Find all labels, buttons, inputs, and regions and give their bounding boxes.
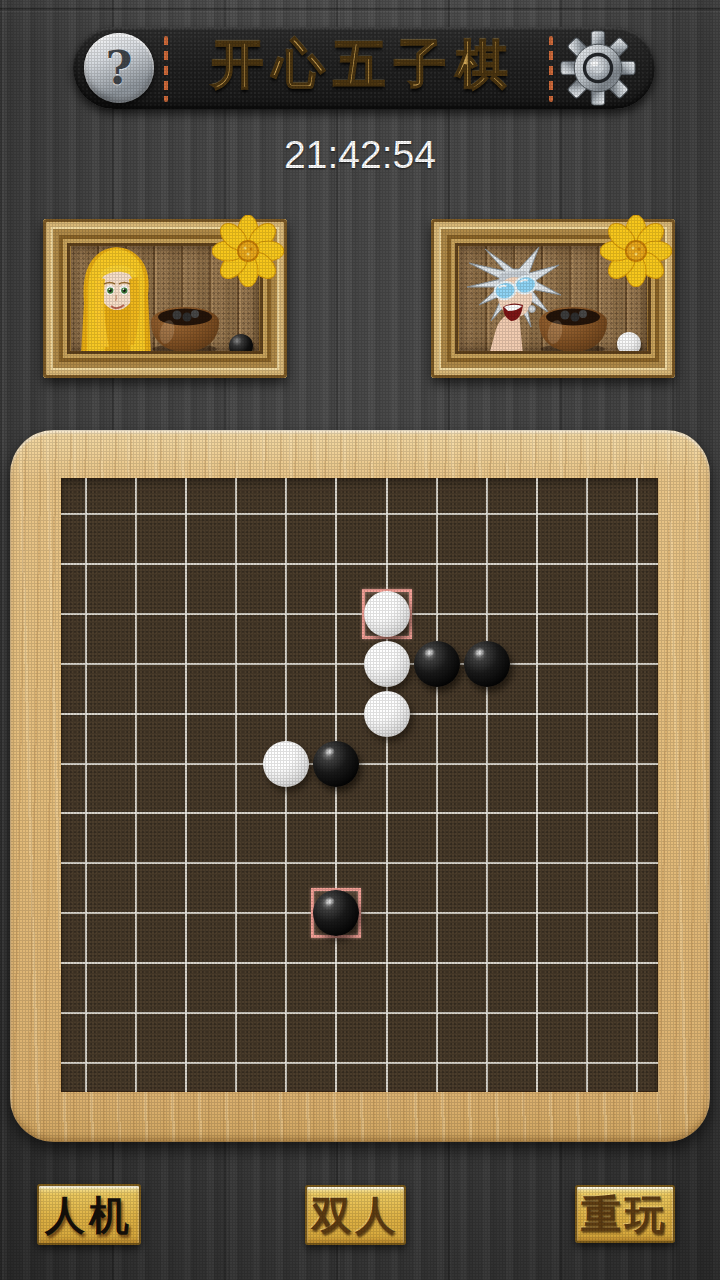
help-button[interactable]: ?: [84, 33, 154, 103]
grid-line-vertical: [135, 478, 137, 1092]
stone-bowl-icon: [533, 302, 613, 351]
white-stone: [364, 641, 410, 687]
white-stone: [364, 591, 410, 637]
app-title: 开心五子棋: [178, 30, 550, 100]
white-stone: [364, 691, 410, 737]
stone-bowl-icon: [145, 302, 225, 351]
dashed-divider-right: [549, 36, 553, 102]
game-board[interactable]: [61, 478, 658, 1092]
player-right-stone-white: [617, 332, 641, 351]
grid-line-vertical: [85, 478, 87, 1092]
black-stone: [464, 641, 510, 687]
flower-icon: [212, 215, 284, 287]
grid-line-vertical: [436, 478, 438, 1092]
question-mark-icon: ?: [106, 45, 133, 91]
grid-line-vertical: [536, 478, 538, 1092]
grid-line-horizontal: [61, 1012, 658, 1014]
grid-line-vertical: [235, 478, 237, 1092]
player-left-stone-black: [229, 334, 253, 351]
grid-line-horizontal: [61, 663, 658, 665]
gear-icon[interactable]: [560, 30, 636, 106]
background-plank-seam: [0, 8, 720, 12]
replay-button[interactable]: 重玩: [575, 1185, 675, 1243]
grid-line-horizontal: [61, 613, 658, 615]
grid-line-vertical: [185, 478, 187, 1092]
black-stone: [414, 641, 460, 687]
grid-line-horizontal: [61, 1062, 658, 1064]
grid-line-horizontal: [61, 862, 658, 864]
black-stone: [313, 741, 359, 787]
grid-line-horizontal: [61, 563, 658, 565]
app-screen: ? 开心五子棋: [0, 0, 720, 1280]
white-stone: [263, 741, 309, 787]
grid-line-horizontal: [61, 812, 658, 814]
board-frame: [10, 430, 710, 1142]
human-vs-ai-button[interactable]: 人机: [37, 1184, 141, 1245]
grid-line-horizontal: [61, 713, 658, 715]
two-player-button[interactable]: 双人: [305, 1185, 406, 1245]
title-bar: ? 开心五子棋: [73, 27, 655, 109]
grid-line-horizontal: [61, 763, 658, 765]
grid-line-vertical: [586, 478, 588, 1092]
grid-line-horizontal: [61, 962, 658, 964]
grid-line-vertical: [486, 478, 488, 1092]
grid-line-vertical: [386, 478, 388, 1092]
grid-line-vertical: [636, 478, 638, 1092]
grid-line-horizontal: [61, 513, 658, 515]
game-clock: 21:42:54: [0, 133, 720, 177]
dashed-divider-left: [164, 36, 168, 102]
flower-icon: [600, 215, 672, 287]
